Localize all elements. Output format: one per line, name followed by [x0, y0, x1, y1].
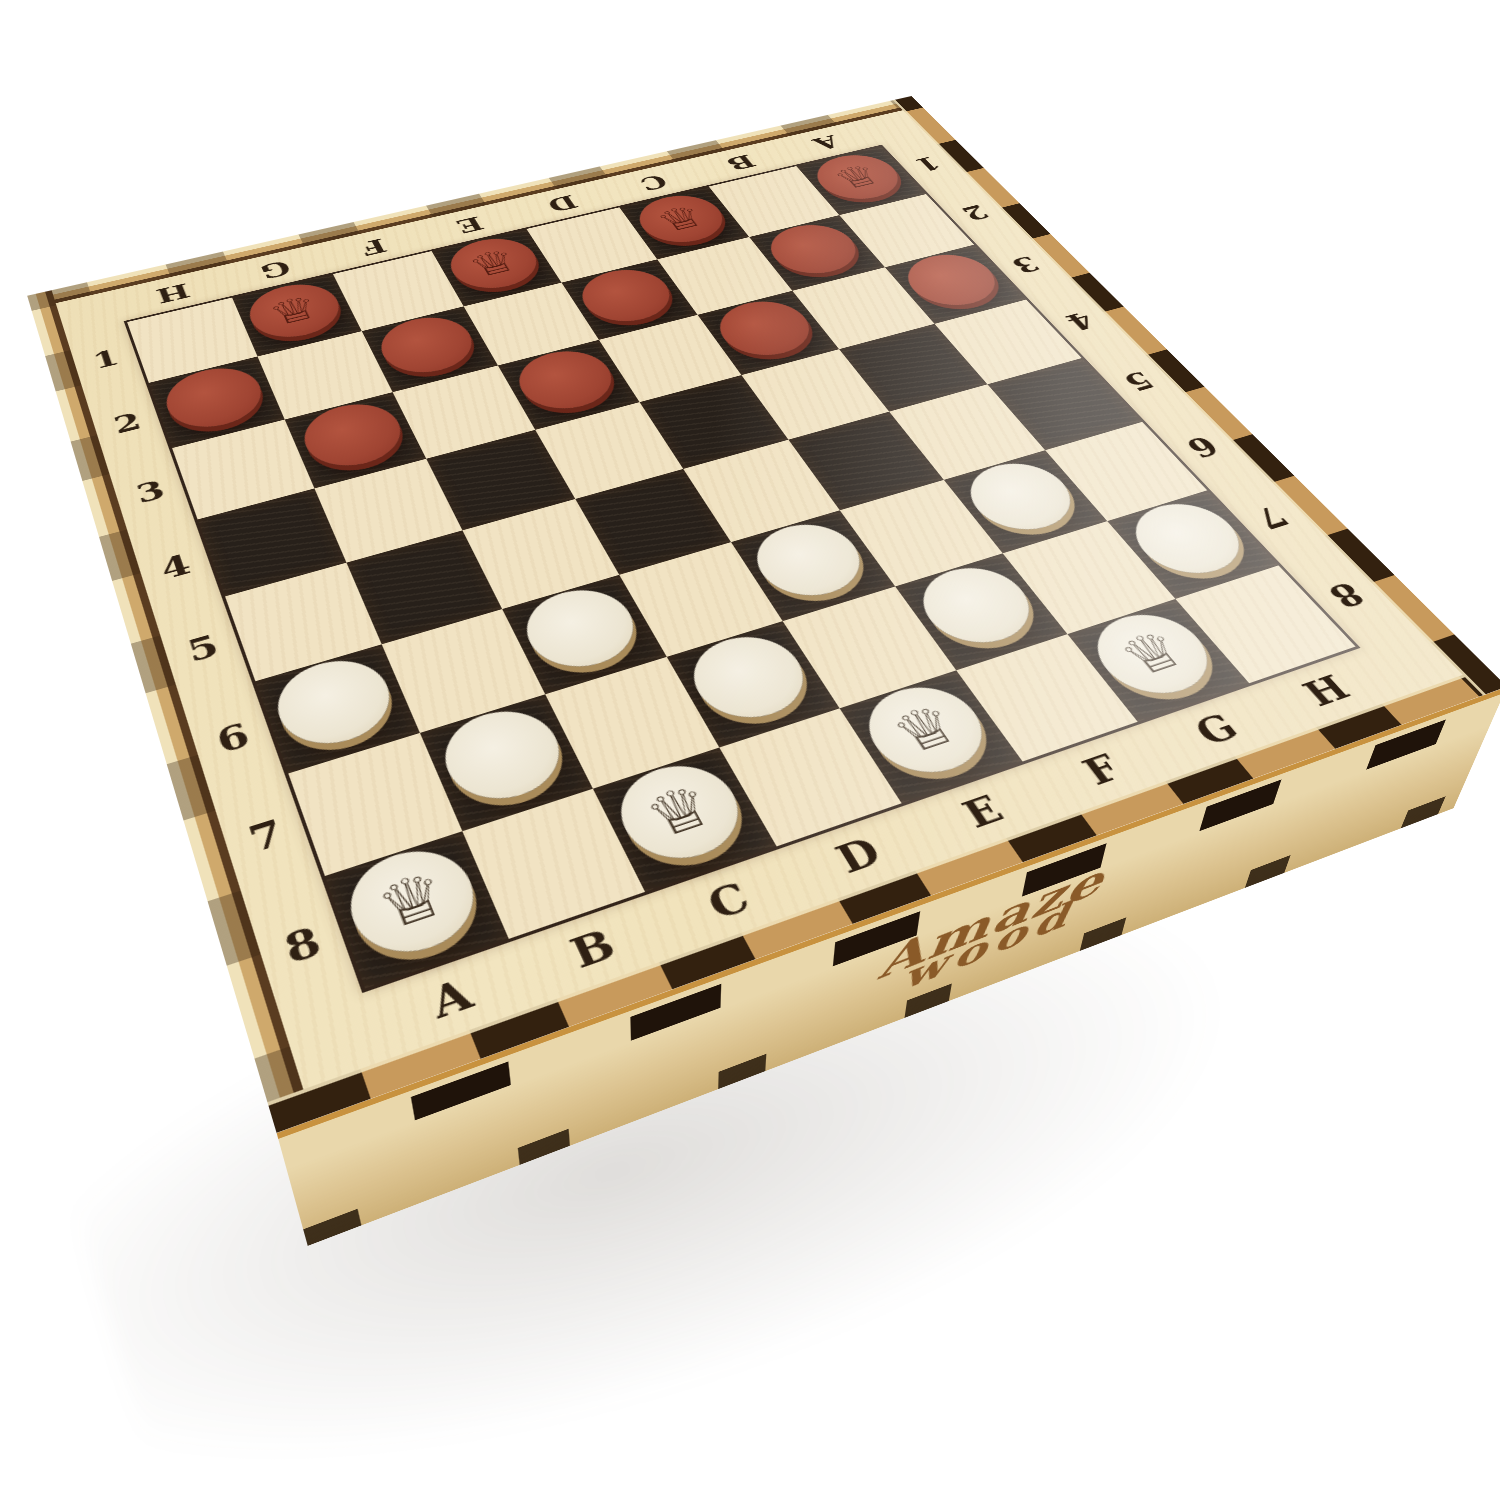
file-label-near-E: E [954, 787, 1012, 837]
rank-label-right-7: 7 [1246, 500, 1297, 536]
file-label-near-A: A [424, 969, 480, 1029]
board-box: ♕♕♕♕♕♕♕♕ HGFEDCBAABCDEFGH123456781234567… [44, 153, 1479, 1191]
rank-label-left-5: 5 [183, 628, 223, 670]
rank-label-left-3: 3 [132, 474, 168, 509]
crown-icon: ♕ [636, 775, 723, 847]
rank-label-left-2: 2 [110, 407, 145, 439]
crown-icon: ♕ [882, 696, 970, 762]
file-label-far-F: F [357, 234, 391, 260]
red-king-piece[interactable]: ♕ [241, 277, 349, 345]
file-label-near-F: F [1074, 746, 1130, 793]
scene: ♕♕♕♕♕♕♕♕ HGFEDCBAABCDEFGH123456781234567… [0, 0, 1500, 1500]
crown-icon: ♕ [369, 862, 456, 940]
red-king-piece[interactable]: ♕ [440, 232, 548, 296]
file-label-far-G: G [256, 256, 294, 284]
file-label-far-C: C [634, 171, 672, 195]
rank-label-left-1: 1 [89, 345, 122, 375]
file-label-near-G: G [1186, 706, 1248, 753]
rank-label-right-3: 3 [1005, 252, 1046, 278]
rank-label-left-7: 7 [243, 811, 288, 861]
crown-icon: ♕ [463, 244, 525, 282]
rank-label-right-6: 6 [1178, 430, 1226, 463]
file-label-near-B: B [563, 920, 623, 978]
photo-background: ♕♕♕♕♕♕♕♕ HGFEDCBAABCDEFGH123456781234567… [0, 0, 1500, 1500]
rank-label-left-8: 8 [278, 917, 326, 973]
rank-label-left-6: 6 [212, 715, 255, 761]
file-label-near-D: D [828, 829, 890, 883]
file-label-near-C: C [700, 873, 758, 928]
rank-label-right-1: 1 [909, 152, 946, 175]
rank-label-left-4: 4 [156, 548, 194, 586]
file-label-far-B: B [721, 151, 760, 175]
crown-icon: ♕ [650, 201, 712, 237]
rank-label-right-2: 2 [956, 200, 995, 225]
crown-icon: ♕ [264, 290, 325, 331]
rank-label-right-5: 5 [1116, 366, 1161, 397]
crown-icon: ♕ [1109, 623, 1196, 684]
crown-icon: ♕ [827, 160, 889, 194]
file-label-far-H: H [153, 279, 194, 308]
file-label-far-A: A [808, 131, 846, 154]
rank-label-right-8: 8 [1319, 575, 1373, 614]
file-label-far-D: D [543, 191, 583, 216]
rank-label-right-4: 4 [1059, 307, 1102, 335]
file-label-near-H: H [1294, 668, 1359, 715]
file-label-far-E: E [452, 212, 488, 237]
